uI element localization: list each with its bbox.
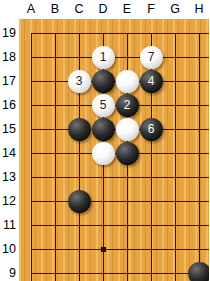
row-label-14: 14 bbox=[0, 141, 16, 165]
column-label-H: H bbox=[187, 1, 209, 18]
star-point-D10 bbox=[101, 247, 106, 252]
move-number: 5 bbox=[100, 94, 107, 117]
move-number: 3 bbox=[76, 70, 83, 93]
move-number: 2 bbox=[124, 94, 131, 117]
grid-line-row-11 bbox=[31, 225, 209, 226]
stone-white-D14 bbox=[92, 142, 115, 165]
stone-black-H9 bbox=[188, 262, 210, 281]
move-number: 6 bbox=[148, 118, 155, 141]
column-label-B: B bbox=[43, 1, 67, 18]
row-label-10: 10 bbox=[0, 237, 16, 261]
stone-black-F17: 4 bbox=[140, 70, 163, 93]
move-number: 1 bbox=[100, 46, 107, 69]
grid-line-row-9 bbox=[31, 273, 209, 274]
column-label-A: A bbox=[19, 1, 43, 18]
column-label-F: F bbox=[139, 1, 163, 18]
grid-line-col-G bbox=[175, 33, 176, 281]
row-label-11: 11 bbox=[0, 213, 16, 237]
grid-line-row-19 bbox=[31, 33, 209, 34]
grid-line-row-10 bbox=[31, 249, 209, 250]
row-label-18: 18 bbox=[0, 45, 16, 69]
row-label-16: 16 bbox=[0, 93, 16, 117]
go-diagram: ABCDEFGH 191817161514131211109 1734526 bbox=[0, 0, 209, 281]
stone-black-C15 bbox=[68, 118, 91, 141]
row-label-15: 15 bbox=[0, 117, 16, 141]
stone-white-D18: 1 bbox=[92, 46, 115, 69]
stone-black-C12 bbox=[68, 190, 91, 213]
stone-black-D15 bbox=[92, 118, 115, 141]
column-label-G: G bbox=[163, 1, 187, 18]
row-label-19: 19 bbox=[0, 21, 16, 45]
grid-line-row-12 bbox=[31, 201, 209, 202]
stone-white-F18: 7 bbox=[140, 46, 163, 69]
row-label-17: 17 bbox=[0, 69, 16, 93]
move-number: 4 bbox=[148, 70, 155, 93]
column-label-D: D bbox=[91, 1, 115, 18]
row-label-9: 9 bbox=[0, 261, 16, 281]
stone-black-D17 bbox=[92, 70, 115, 93]
row-label-13: 13 bbox=[0, 165, 16, 189]
stone-black-E16: 2 bbox=[116, 94, 139, 117]
column-label-E: E bbox=[115, 1, 139, 18]
grid-line-col-H bbox=[199, 33, 200, 281]
grid-line-col-B bbox=[55, 33, 56, 281]
stone-white-D16: 5 bbox=[92, 94, 115, 117]
stone-white-E17 bbox=[116, 70, 139, 93]
go-board[interactable]: 1734526 bbox=[19, 19, 209, 281]
row-label-12: 12 bbox=[0, 189, 16, 213]
grid-line-row-13 bbox=[31, 177, 209, 178]
column-label-C: C bbox=[67, 1, 91, 18]
grid-line-row-18 bbox=[31, 57, 209, 58]
stone-black-F15: 6 bbox=[140, 118, 163, 141]
stone-white-C17: 3 bbox=[68, 70, 91, 93]
stone-white-E15 bbox=[116, 118, 139, 141]
stone-black-E14 bbox=[116, 142, 139, 165]
grid-line-col-A bbox=[31, 33, 32, 281]
move-number: 7 bbox=[148, 46, 155, 69]
